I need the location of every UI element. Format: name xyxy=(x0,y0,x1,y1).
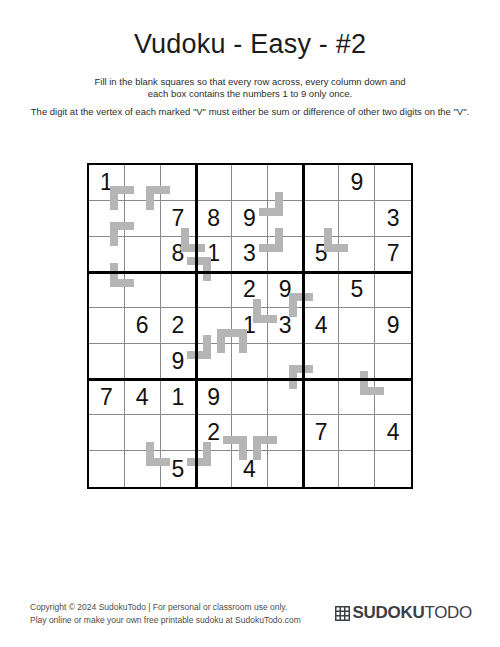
copyright-line-2: Play online or make your own free printa… xyxy=(30,614,301,627)
given-digit: 6 xyxy=(136,314,149,337)
copyright-text: Copyright © 2024 SudokuTodo | For person… xyxy=(30,601,301,627)
cell-r7c1: 7 xyxy=(89,380,125,416)
sudokutodo-logo: SUDOKUTODO xyxy=(335,603,472,623)
given-digit: 2 xyxy=(207,421,220,444)
cell-r1c9 xyxy=(375,165,411,201)
given-digit: 1 xyxy=(172,386,185,409)
box-border-line xyxy=(89,378,411,381)
cell-r9c8 xyxy=(339,451,375,487)
v-mark xyxy=(187,335,211,359)
cell-r5c8 xyxy=(339,308,375,344)
cell-r4c8: 5 xyxy=(339,272,375,308)
given-digit: 4 xyxy=(387,421,400,444)
given-digit: 9 xyxy=(387,314,400,337)
given-digit: 7 xyxy=(315,421,328,444)
given-digit: 2 xyxy=(172,314,185,337)
printable-page: Vudoku - Easy - #2 Fill in the blank squ… xyxy=(0,0,500,647)
logo-wordmark: SUDOKUTODO xyxy=(353,603,472,623)
v-mark xyxy=(187,442,211,466)
v-mark xyxy=(181,228,205,252)
given-digit: 7 xyxy=(387,242,400,265)
sudoku-board: 197893813572956213499741927454 xyxy=(87,163,413,489)
cell-r7c3: 1 xyxy=(161,380,197,416)
box-border-line xyxy=(195,165,198,487)
cell-r6c1 xyxy=(89,344,125,380)
v-rule-text: The digit at the vertex of each marked "… xyxy=(0,106,500,118)
given-digit: 8 xyxy=(207,207,220,230)
given-digit: 4 xyxy=(136,386,149,409)
v-mark xyxy=(146,442,170,466)
cell-r9c7 xyxy=(304,451,340,487)
given-digit: 3 xyxy=(243,242,256,265)
cell-r7c2: 4 xyxy=(125,380,161,416)
cell-r1c8: 9 xyxy=(339,165,375,201)
v-mark xyxy=(110,186,134,210)
page-title: Vudoku - Easy - #2 xyxy=(0,29,500,60)
cell-r8c9: 4 xyxy=(375,415,411,451)
cell-r7c5 xyxy=(232,380,268,416)
logo-word-todo: TODO xyxy=(424,603,472,622)
given-digit: 7 xyxy=(172,207,185,230)
logo-word-sudoku: SUDOKU xyxy=(353,603,425,622)
cell-grid: 197893813572956213499741927454 xyxy=(89,165,411,487)
box-border-line xyxy=(89,271,411,274)
cell-r3c9: 7 xyxy=(375,237,411,273)
cell-r5c1 xyxy=(89,308,125,344)
cell-r9c9 xyxy=(375,451,411,487)
v-mark xyxy=(223,329,247,353)
v-mark xyxy=(289,293,313,317)
given-digit: 5 xyxy=(172,458,185,481)
given-digit: 5 xyxy=(350,278,363,301)
copyright-line-1: Copyright © 2024 SudokuTodo | For person… xyxy=(30,601,301,614)
given-digit: 7 xyxy=(100,386,113,409)
given-digit: 2 xyxy=(243,278,256,301)
rules-line-2: each box contains the numbers 1 to 9 onl… xyxy=(0,88,500,100)
given-digit: 3 xyxy=(387,207,400,230)
v-mark xyxy=(110,222,134,246)
v-mark xyxy=(253,436,277,460)
cell-r5c2: 6 xyxy=(125,308,161,344)
box-border-line xyxy=(302,165,305,487)
v-mark xyxy=(223,436,247,460)
v-mark xyxy=(360,371,384,395)
given-digit: 9 xyxy=(350,171,363,194)
cell-r1c7 xyxy=(304,165,340,201)
rules-line-1: Fill in the blank squares so that every … xyxy=(0,76,500,88)
cell-r7c4: 9 xyxy=(196,380,232,416)
v-mark xyxy=(259,192,283,216)
v-mark xyxy=(187,257,211,281)
cell-r9c1 xyxy=(89,451,125,487)
v-mark xyxy=(324,228,348,252)
given-digit: 9 xyxy=(207,386,220,409)
given-digit: 3 xyxy=(279,314,292,337)
cell-r5c9: 9 xyxy=(375,308,411,344)
v-mark xyxy=(259,228,283,252)
cell-r8c8 xyxy=(339,415,375,451)
given-digit: 9 xyxy=(172,350,185,373)
v-mark xyxy=(146,186,170,210)
cell-r8c1 xyxy=(89,415,125,451)
cell-r1c4 xyxy=(196,165,232,201)
cell-r4c9 xyxy=(375,272,411,308)
v-mark xyxy=(253,299,277,323)
cell-r8c7: 7 xyxy=(304,415,340,451)
sudoku-rules-text: Fill in the blank squares so that every … xyxy=(0,76,500,100)
given-digit: 9 xyxy=(243,207,256,230)
grid-logo-icon xyxy=(335,606,350,621)
given-digit: 4 xyxy=(243,458,256,481)
v-mark xyxy=(289,365,313,389)
cell-r2c9: 3 xyxy=(375,201,411,237)
given-digit: 4 xyxy=(315,314,328,337)
v-mark xyxy=(110,263,134,287)
cell-r6c2 xyxy=(125,344,161,380)
